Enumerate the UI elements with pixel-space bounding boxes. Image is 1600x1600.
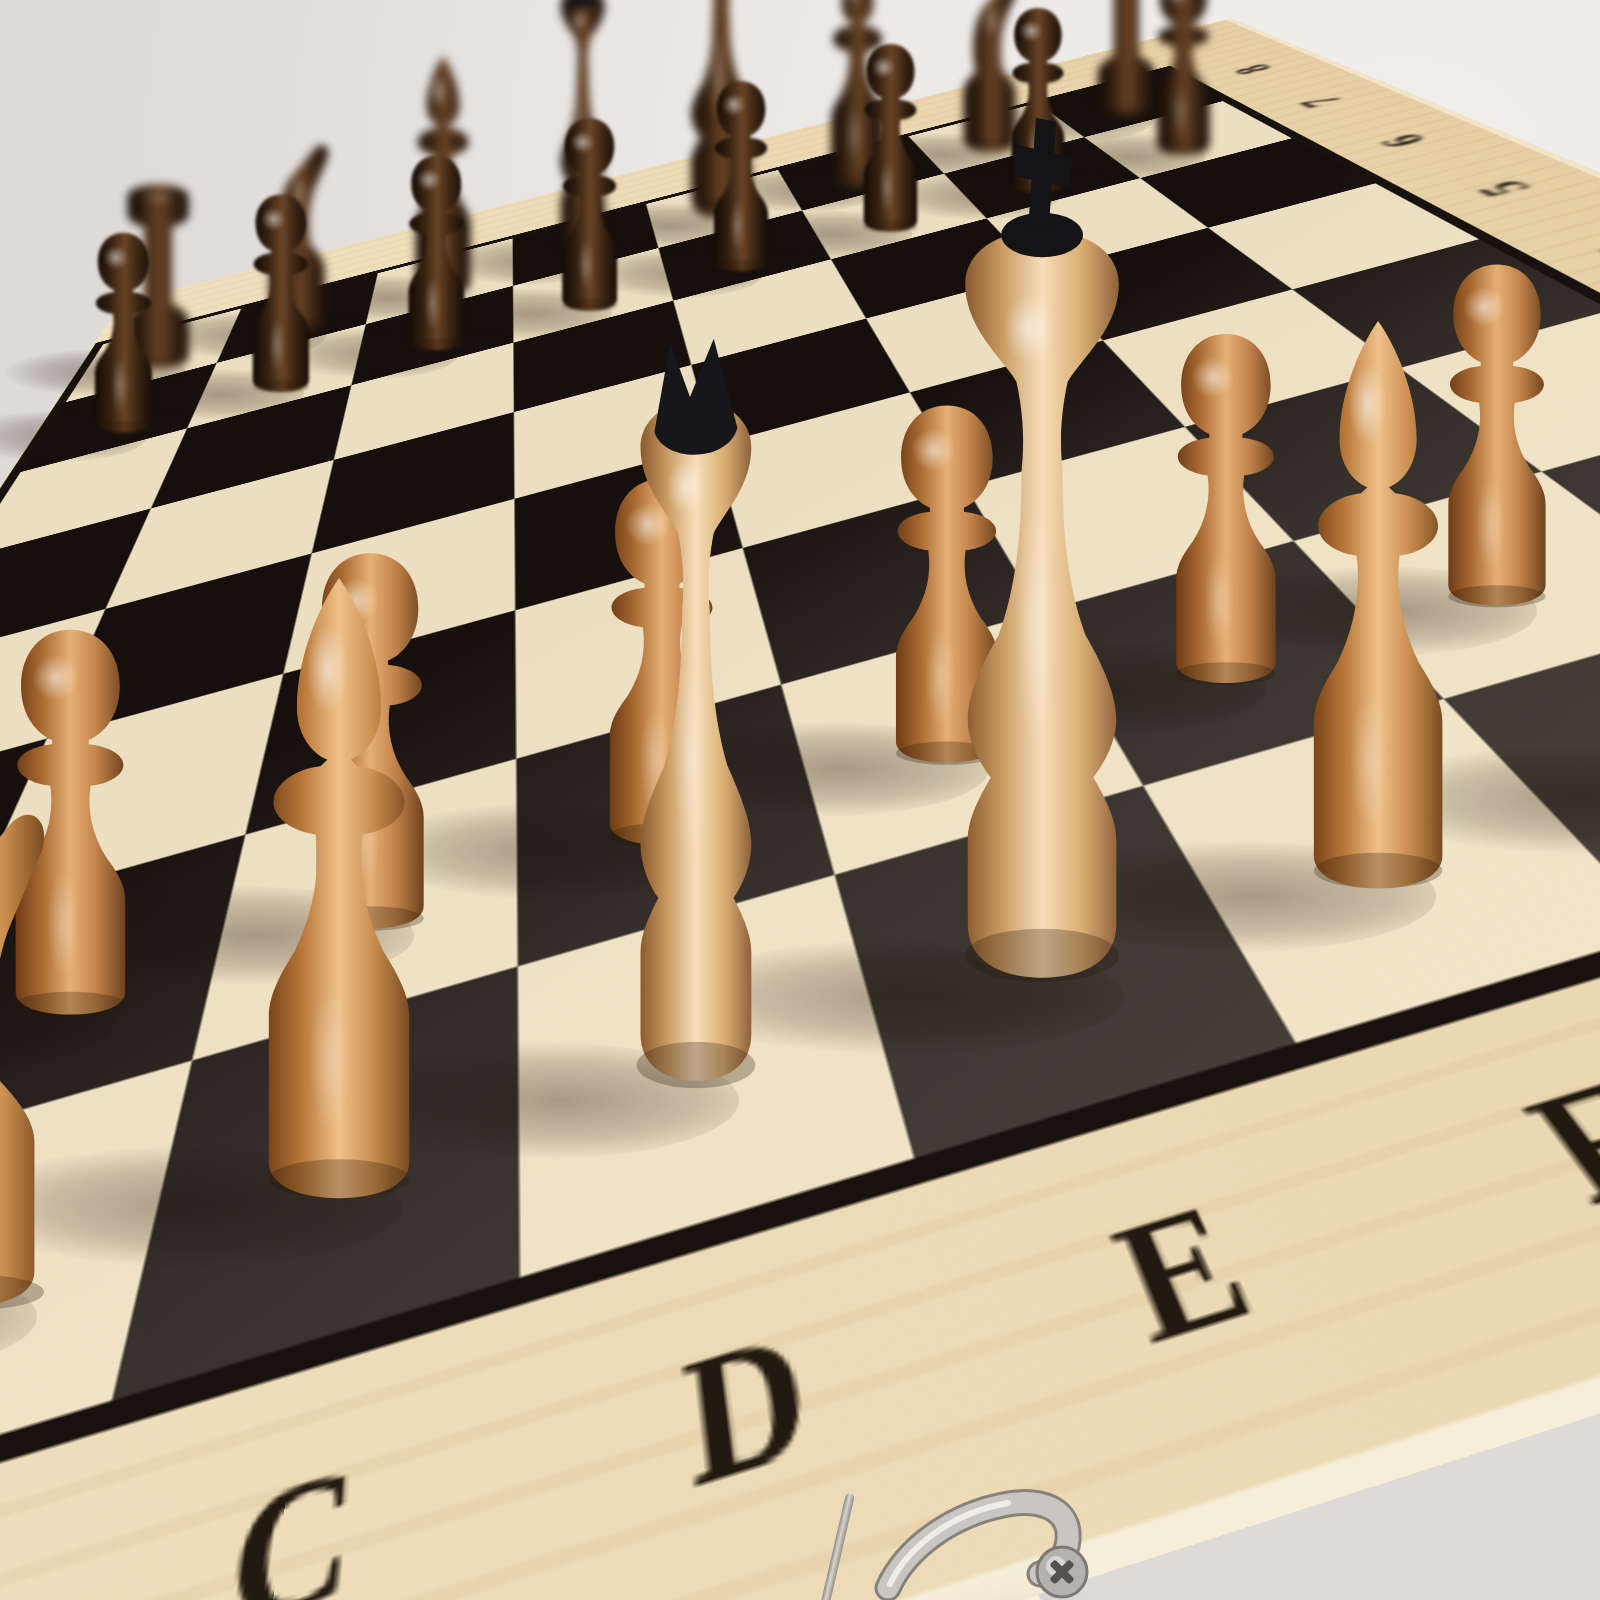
piece-white-bishop-c1[interactable]	[222, 565, 456, 1214]
rank-label-7: 7	[1289, 92, 1354, 112]
piece-white-queen-d1[interactable]	[597, 331, 795, 1108]
rank-label-8: 8	[1224, 61, 1283, 78]
piece-black-pawn-a7[interactable]	[76, 223, 171, 439]
file-label-d: D	[676, 1296, 824, 1536]
piece-white-knight-b1[interactable]	[0, 733, 92, 1325]
piece-black-pawn-c7[interactable]	[390, 146, 482, 356]
rank-label-4: 4	[1583, 233, 1600, 264]
piece-black-pawn-d7[interactable]	[544, 109, 635, 317]
chess-photo-scene: ABCDEFGH12345678	[0, 0, 1600, 1600]
piece-white-king-e1[interactable]	[914, 115, 1170, 1004]
piece-white-bishop-f1[interactable]	[1271, 309, 1485, 903]
piece-black-pawn-b7[interactable]	[234, 185, 328, 398]
rank-label-6: 6	[1368, 129, 1441, 151]
file-label-e: E	[1094, 1172, 1279, 1388]
rank-label-5: 5	[1463, 175, 1546, 201]
file-label-f: F	[1498, 1052, 1600, 1246]
latch[interactable]	[870, 1440, 1170, 1600]
file-label-c: C	[213, 1426, 363, 1600]
piece-black-pawn-e7[interactable]	[696, 72, 786, 277]
